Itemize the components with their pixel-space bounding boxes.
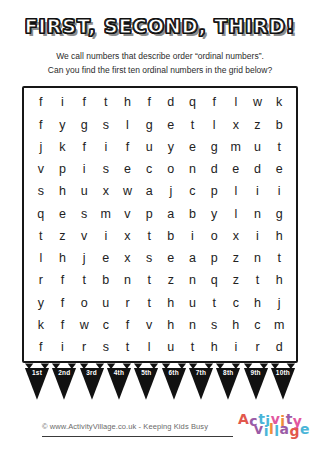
- grid-cell[interactable]: l: [225, 91, 247, 113]
- grid-cell[interactable]: i: [73, 158, 95, 180]
- grid-cell[interactable]: s: [30, 180, 52, 202]
- grid-cell[interactable]: w: [247, 91, 269, 113]
- grid-cell[interactable]: e: [182, 136, 204, 158]
- grid-cell[interactable]: c: [247, 314, 269, 336]
- grid-cell[interactable]: o: [160, 158, 182, 180]
- grid-cell[interactable]: b: [268, 113, 290, 135]
- grid-cell[interactable]: t: [30, 225, 52, 247]
- grid-cell[interactable]: e: [95, 247, 117, 269]
- pennant-flag: 7th: [188, 363, 214, 401]
- grid-cell[interactable]: y: [30, 291, 52, 313]
- grid-cell[interactable]: c: [138, 158, 160, 180]
- grid-cell[interactable]: o: [73, 291, 95, 313]
- grid-cell[interactable]: l: [225, 180, 247, 202]
- grid-cell[interactable]: x: [95, 180, 117, 202]
- grid-cell[interactable]: j: [160, 180, 182, 202]
- grid-cell[interactable]: h: [247, 291, 269, 313]
- grid-cell[interactable]: h: [117, 91, 139, 113]
- grid-cell[interactable]: t: [73, 269, 95, 291]
- grid-cell[interactable]: h: [52, 247, 74, 269]
- grid-cell[interactable]: h: [268, 225, 290, 247]
- grid-cell[interactable]: r: [117, 291, 139, 313]
- grid-cell[interactable]: y: [52, 113, 74, 135]
- grid-cell[interactable]: n: [117, 269, 139, 291]
- pennant-flag: 3rd: [79, 363, 105, 401]
- grid-cell[interactable]: g: [268, 202, 290, 224]
- grid-cell[interactable]: x: [117, 225, 139, 247]
- grid-cell[interactable]: t: [182, 113, 204, 135]
- grid-cell[interactable]: m: [268, 314, 290, 336]
- grid-cell[interactable]: i: [247, 225, 269, 247]
- pennant-flag: 4th: [106, 363, 132, 401]
- grid-cell[interactable]: d: [160, 91, 182, 113]
- grid-cell[interactable]: f: [52, 314, 74, 336]
- grid-cell[interactable]: h: [203, 336, 225, 358]
- grid-cell[interactable]: d: [203, 158, 225, 180]
- grid-cell[interactable]: h: [225, 314, 247, 336]
- grid-cell[interactable]: d: [268, 336, 290, 358]
- grid-cell[interactable]: n: [182, 158, 204, 180]
- grid-cell[interactable]: y: [203, 202, 225, 224]
- pennant-flag: 2nd: [51, 363, 77, 401]
- grid-cell[interactable]: v: [117, 202, 139, 224]
- grid-cell[interactable]: i: [52, 91, 74, 113]
- grid-cell[interactable]: a: [160, 202, 182, 224]
- grid-cell[interactable]: r: [30, 269, 52, 291]
- grid-cell[interactable]: u: [182, 291, 204, 313]
- wordsearch-grid: fifthfdqflwkfygslgetlxzbjkfifuyegmutvpis…: [22, 86, 298, 363]
- pennant-label: 9th: [243, 369, 269, 376]
- pennant-flag: 9th: [243, 363, 269, 401]
- grid-cell[interactable]: u: [247, 136, 269, 158]
- grid-cell[interactable]: f: [30, 113, 52, 135]
- pennant-flag: 6th: [161, 363, 187, 401]
- grid-cell[interactable]: q: [30, 202, 52, 224]
- grid-cell[interactable]: u: [160, 336, 182, 358]
- pennant-label: 1st: [24, 369, 50, 376]
- grid-cell[interactable]: a: [182, 247, 204, 269]
- grid-cell[interactable]: y: [160, 136, 182, 158]
- instructions-line2: Can you find the first ten ordinal numbe…: [0, 64, 320, 78]
- grid-cell[interactable]: v: [138, 314, 160, 336]
- grid-cell[interactable]: f: [73, 91, 95, 113]
- grid-cell[interactable]: u: [138, 136, 160, 158]
- grid-cell[interactable]: r: [247, 336, 269, 358]
- grid-cell[interactable]: l: [203, 113, 225, 135]
- grid-cell[interactable]: e: [160, 247, 182, 269]
- grid-cell[interactable]: s: [73, 202, 95, 224]
- grid-cell[interactable]: n: [247, 202, 269, 224]
- grid-cell[interactable]: e: [52, 202, 74, 224]
- grid-cell[interactable]: z: [225, 269, 247, 291]
- grid-cell[interactable]: i: [247, 180, 269, 202]
- grid-cell[interactable]: e: [268, 158, 290, 180]
- grid-cell[interactable]: x: [225, 113, 247, 135]
- grid-cell[interactable]: s: [203, 314, 225, 336]
- grid-cell[interactable]: g: [203, 136, 225, 158]
- grid-cell[interactable]: s: [95, 336, 117, 358]
- grid-cell[interactable]: e: [225, 158, 247, 180]
- grid-cell[interactable]: v: [73, 225, 95, 247]
- grid-cell[interactable]: f: [138, 91, 160, 113]
- grid-cell[interactable]: f: [52, 291, 74, 313]
- grid-cell[interactable]: t: [117, 336, 139, 358]
- grid-cell[interactable]: f: [30, 336, 52, 358]
- grid-cell[interactable]: j: [73, 247, 95, 269]
- grid-cell[interactable]: t: [138, 269, 160, 291]
- pennant-label: 6th: [161, 369, 187, 376]
- grid-cell[interactable]: l: [30, 247, 52, 269]
- grid-cell[interactable]: u: [95, 291, 117, 313]
- grid-cell[interactable]: u: [73, 180, 95, 202]
- grid-cell[interactable]: g: [73, 113, 95, 135]
- grid-cell[interactable]: c: [225, 291, 247, 313]
- pennant-flag: 5th: [133, 363, 159, 401]
- grid-cell[interactable]: t: [138, 225, 160, 247]
- grid-cell[interactable]: p: [138, 202, 160, 224]
- grid-cell[interactable]: h: [160, 291, 182, 313]
- grid-cell[interactable]: j: [30, 136, 52, 158]
- grid-cell[interactable]: h: [160, 314, 182, 336]
- grid-cell[interactable]: h: [268, 269, 290, 291]
- grid-cell[interactable]: a: [138, 180, 160, 202]
- footer-rule: © www.ActivityVillage.co.uk - Keeping Ki…: [42, 415, 233, 437]
- pennant-label: 8th: [215, 369, 241, 376]
- grid-cell[interactable]: f: [203, 91, 225, 113]
- pennant-banner: 1st2nd3rd4th5th6th7th8th9th10th: [24, 363, 296, 401]
- grid-cell[interactable]: z: [52, 225, 74, 247]
- copyright-text: © www.ActivityVillage.co.uk - Keeping Ki…: [42, 422, 208, 431]
- pennant-flag: 8th: [215, 363, 241, 401]
- instructions: We call numbers that describe order “ord…: [0, 50, 320, 77]
- pennant-label: 10th: [270, 369, 296, 376]
- grid-cell[interactable]: l: [225, 202, 247, 224]
- grid-cell[interactable]: s: [95, 113, 117, 135]
- grid-cell[interactable]: s: [138, 247, 160, 269]
- grid-cell[interactable]: t: [95, 91, 117, 113]
- grid-cell[interactable]: t: [268, 247, 290, 269]
- grid-cell[interactable]: l: [138, 336, 160, 358]
- pennant-label: 3rd: [79, 369, 105, 376]
- logo-word-village: village: [254, 423, 312, 437]
- grid-cell[interactable]: f: [117, 314, 139, 336]
- grid-cell[interactable]: i: [225, 336, 247, 358]
- pennant-label: 4th: [106, 369, 132, 376]
- grid-cell[interactable]: w: [73, 314, 95, 336]
- grid-cell[interactable]: i: [268, 180, 290, 202]
- grid-cell[interactable]: s: [95, 158, 117, 180]
- grid-cell[interactable]: t: [268, 136, 290, 158]
- grid-cell[interactable]: z: [160, 269, 182, 291]
- grid-cell[interactable]: m: [225, 136, 247, 158]
- grid-cell[interactable]: q: [203, 269, 225, 291]
- grid-cell[interactable]: p: [203, 247, 225, 269]
- grid-cell[interactable]: d: [247, 158, 269, 180]
- grid-cell[interactable]: e: [117, 158, 139, 180]
- grid-cell[interactable]: o: [203, 225, 225, 247]
- grid-cell[interactable]: x: [117, 247, 139, 269]
- grid-cell[interactable]: v: [30, 158, 52, 180]
- grid-cell[interactable]: m: [95, 202, 117, 224]
- grid-cell[interactable]: j: [268, 291, 290, 313]
- grid-cell[interactable]: i: [52, 336, 74, 358]
- grid-cell[interactable]: c: [182, 180, 204, 202]
- grid-cell[interactable]: e: [160, 113, 182, 135]
- pennant-flag: 1st: [24, 363, 50, 401]
- grid-cell[interactable]: b: [95, 269, 117, 291]
- grid-cell[interactable]: w: [117, 180, 139, 202]
- grid-cell[interactable]: i: [95, 136, 117, 158]
- grid-cell[interactable]: k: [30, 314, 52, 336]
- grid-cell[interactable]: k: [52, 136, 74, 158]
- grid-cell[interactable]: c: [95, 314, 117, 336]
- pennant-label: 2nd: [51, 369, 77, 376]
- footer: © www.ActivityVillage.co.uk - Keeping Ki…: [42, 413, 312, 437]
- grid-cell[interactable]: f: [117, 136, 139, 158]
- grid-cell[interactable]: r: [73, 336, 95, 358]
- grid-cell[interactable]: t: [138, 291, 160, 313]
- grid-cell[interactable]: q: [182, 91, 204, 113]
- page-title: FIRST, SECOND, THIRD!: [0, 15, 320, 37]
- pennant-flag: 10th: [270, 363, 296, 401]
- grid-cell[interactable]: t: [182, 336, 204, 358]
- grid-cell[interactable]: k: [268, 91, 290, 113]
- grid-cell[interactable]: f: [52, 269, 74, 291]
- grid-cell[interactable]: x: [225, 225, 247, 247]
- grid-cell[interactable]: l: [117, 113, 139, 135]
- pennant-label: 7th: [188, 369, 214, 376]
- grid-cell[interactable]: b: [160, 225, 182, 247]
- grid-cell[interactable]: t: [203, 291, 225, 313]
- grid-cell[interactable]: z: [247, 113, 269, 135]
- worksheet-page: FIRST, SECOND, THIRD! We call numbers th…: [0, 0, 320, 453]
- activity-village-logo: Activity village: [238, 413, 312, 437]
- grid-cell[interactable]: p: [203, 180, 225, 202]
- instructions-line1: We call numbers that describe order “ord…: [0, 50, 320, 64]
- grid-cell[interactable]: f: [30, 91, 52, 113]
- grid-cell[interactable]: p: [52, 158, 74, 180]
- grid-cell[interactable]: n: [182, 314, 204, 336]
- grid-cell[interactable]: n: [182, 269, 204, 291]
- grid-cell[interactable]: f: [73, 136, 95, 158]
- grid-cell[interactable]: t: [247, 269, 269, 291]
- grid-cell[interactable]: i: [182, 225, 204, 247]
- grid-cell[interactable]: g: [138, 113, 160, 135]
- grid-cell[interactable]: i: [95, 225, 117, 247]
- grid-cell[interactable]: z: [225, 247, 247, 269]
- pennant-label: 5th: [133, 369, 159, 376]
- grid-cell[interactable]: h: [52, 180, 74, 202]
- grid-cell[interactable]: n: [247, 247, 269, 269]
- grid-cell[interactable]: b: [182, 202, 204, 224]
